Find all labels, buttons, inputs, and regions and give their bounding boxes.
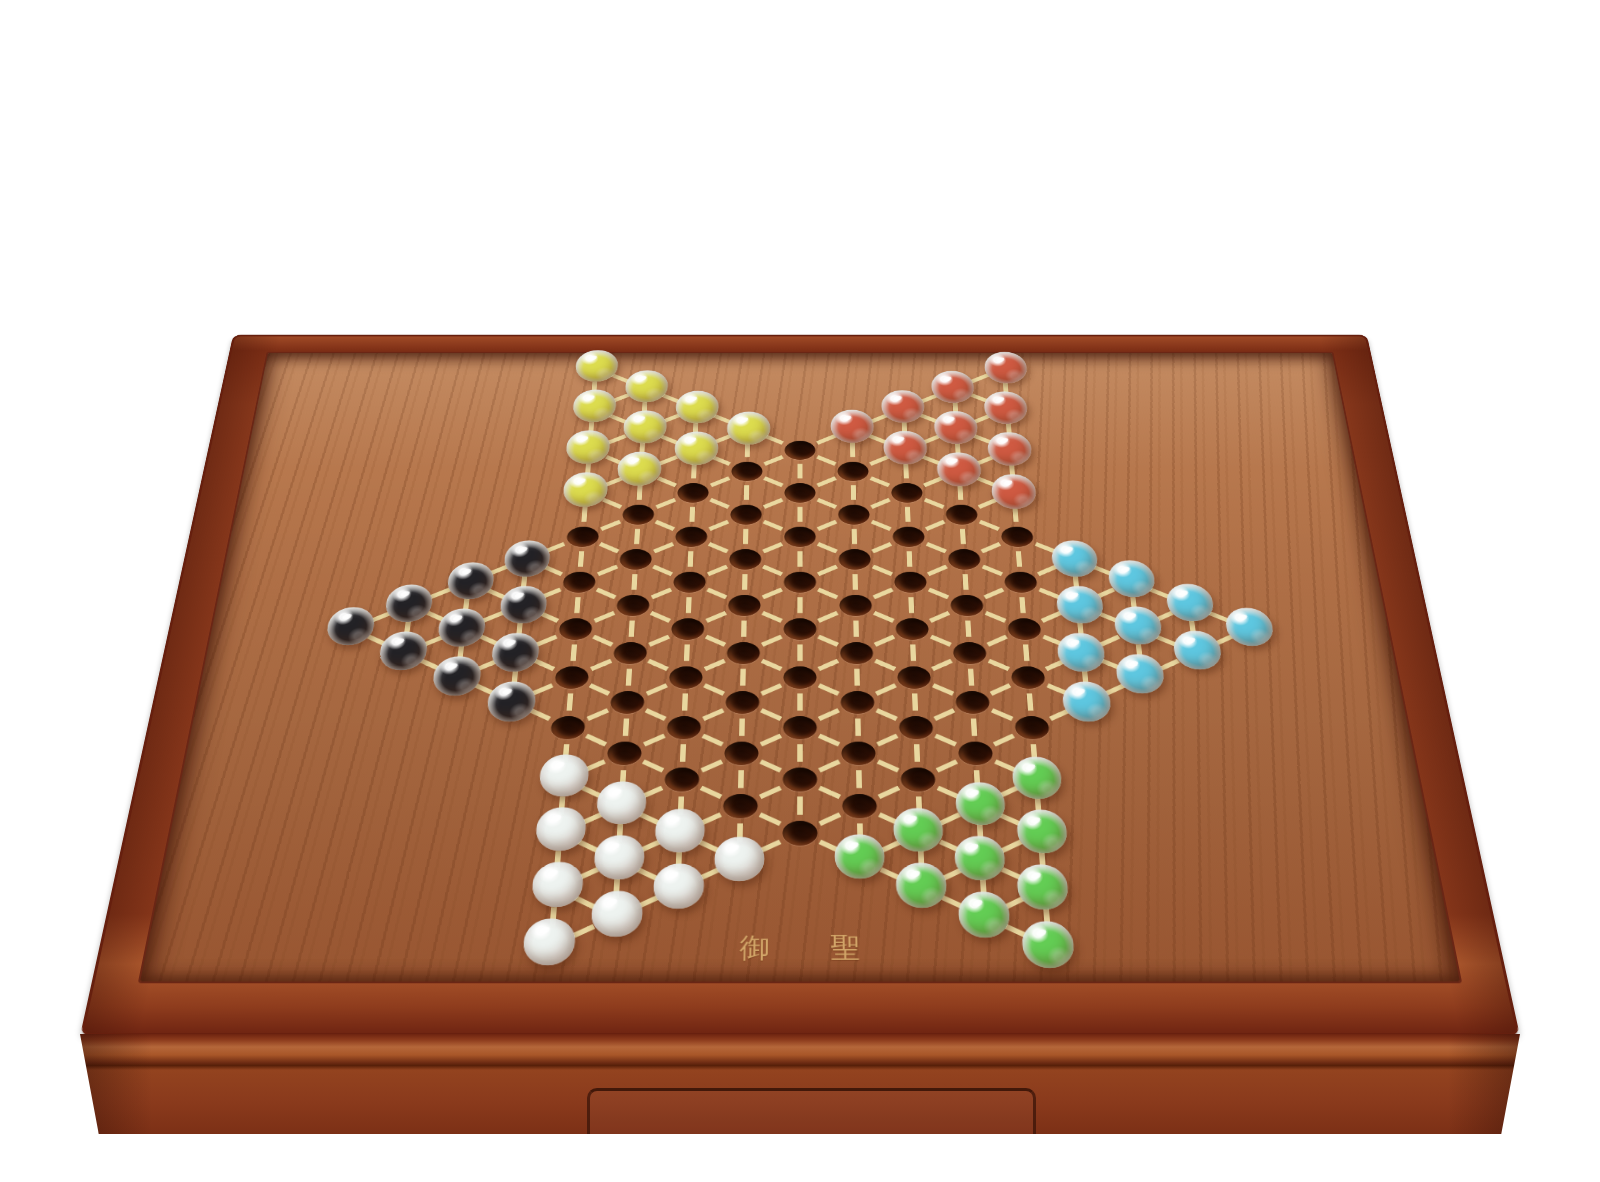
board-cell — [880, 482, 934, 504]
board-cell — [890, 819, 951, 846]
marble-white-c7-r23[interactable] — [652, 863, 704, 908]
board-cell — [943, 690, 1002, 715]
hole-c9-r9[interactable] — [784, 526, 816, 546]
marble-yellow-c6-r4[interactable] — [622, 410, 667, 443]
board-cell — [654, 715, 713, 740]
marble-black-c2-r14[interactable] — [377, 631, 429, 670]
board-cell — [321, 617, 381, 641]
board-cell — [829, 740, 888, 766]
hole-c11-r17[interactable] — [899, 716, 933, 739]
hole-c12-r10[interactable] — [948, 549, 981, 570]
marble-white-c7-r21[interactable] — [654, 808, 705, 852]
board-cell — [770, 766, 829, 792]
hole-c10-r10[interactable] — [839, 549, 871, 570]
hole-c9-r17[interactable] — [783, 716, 817, 739]
hole-c11-r19[interactable] — [901, 767, 936, 791]
board-cell — [828, 641, 885, 665]
marble-white-c5-r23[interactable] — [530, 861, 584, 906]
board-cell — [440, 570, 498, 593]
marble-blue-c15-r11[interactable] — [1107, 560, 1157, 597]
board-cell — [710, 792, 770, 819]
hole-c13-r15[interactable] — [1011, 666, 1046, 688]
marble-white-c5-r21[interactable] — [534, 807, 587, 851]
hole-c9-r7[interactable] — [784, 483, 815, 503]
marble-blue-c16-r12[interactable] — [1165, 583, 1216, 621]
hole-c7-r7[interactable] — [677, 483, 709, 503]
hole-c10-r18[interactable] — [841, 741, 875, 765]
hole-c12-r16[interactable] — [955, 691, 990, 714]
marble-yellow-c7-r3[interactable] — [675, 390, 719, 423]
hole-c6-r14[interactable] — [613, 642, 647, 664]
hole-c11-r13[interactable] — [896, 618, 929, 640]
marble-yellow-c5-r5[interactable] — [565, 430, 611, 464]
board-cell — [594, 740, 654, 766]
board-cell — [1107, 617, 1166, 641]
board-cell — [1013, 874, 1076, 902]
marble-yellow-c6-r6[interactable] — [616, 451, 662, 485]
marble-yellow-c5-r3[interactable] — [572, 389, 617, 422]
hole-c13-r11[interactable] — [1004, 571, 1038, 592]
board-cell — [661, 570, 717, 593]
marble-red-c13-r5[interactable] — [987, 432, 1033, 466]
hole-c11-r15[interactable] — [897, 666, 931, 688]
board-surface: 御 聖 — [138, 352, 1462, 984]
marble-green-c12-r24[interactable] — [957, 891, 1011, 937]
hole-c12-r14[interactable] — [953, 642, 987, 664]
marble-red-c10-r4[interactable] — [830, 409, 874, 442]
marble-red-c11-r3[interactable] — [881, 390, 925, 423]
board-cell — [941, 641, 999, 665]
board-cell — [1009, 819, 1071, 846]
board-cell — [879, 439, 932, 460]
board-cell — [646, 874, 708, 902]
marble-white-c5-r19[interactable] — [538, 754, 590, 796]
board-cell — [1053, 641, 1112, 665]
hole-c6-r8[interactable] — [622, 504, 654, 524]
board-cell — [939, 593, 996, 616]
hole-c9-r13[interactable] — [784, 618, 817, 640]
board-cell — [978, 359, 1031, 379]
marble-white-c6-r22[interactable] — [593, 835, 646, 880]
box-front-face — [80, 1034, 1520, 1134]
marble-blue-c14-r12[interactable] — [1055, 586, 1105, 624]
hole-c10-r8[interactable] — [838, 504, 870, 524]
board-cell — [1002, 715, 1062, 740]
board-cell — [562, 439, 616, 460]
hole-c6-r18[interactable] — [607, 741, 642, 765]
drawer-front[interactable] — [587, 1088, 1037, 1137]
board-cell — [709, 846, 770, 874]
board-cell — [882, 570, 938, 593]
board-cell — [587, 846, 649, 874]
hole-c10-r6[interactable] — [838, 461, 869, 480]
board-cell — [666, 482, 720, 504]
marble-white-c6-r20[interactable] — [596, 781, 648, 824]
marble-red-c12-r2[interactable] — [931, 371, 975, 403]
hole-c7-r13[interactable] — [671, 618, 704, 640]
marble-red-c11-r5[interactable] — [883, 431, 928, 465]
marble-yellow-c6-r2[interactable] — [624, 370, 668, 402]
marble-blue-c14-r16[interactable] — [1061, 681, 1113, 721]
marble-green-c11-r21[interactable] — [893, 808, 944, 852]
marble-blue-c15-r15[interactable] — [1114, 654, 1166, 693]
marble-white-c6-r24[interactable] — [590, 890, 644, 936]
board-cell — [652, 766, 712, 792]
hole-c6-r10[interactable] — [619, 549, 652, 570]
board-cell — [488, 641, 547, 665]
board-cell — [555, 525, 611, 547]
hole-c8-r18[interactable] — [724, 741, 758, 765]
board-cell — [1160, 593, 1219, 616]
board-cell — [772, 617, 828, 641]
hole-c7-r9[interactable] — [675, 526, 707, 546]
board-cell — [591, 792, 652, 819]
hole-c13-r13[interactable] — [1007, 618, 1041, 640]
marble-blue-c14-r10[interactable] — [1050, 540, 1099, 576]
hole-c7-r15[interactable] — [669, 666, 703, 688]
hole-c7-r19[interactable] — [664, 767, 699, 791]
board-cell — [1112, 665, 1172, 690]
board-cell — [583, 903, 646, 932]
marble-black-c4-r16[interactable] — [486, 681, 538, 721]
board-cell — [721, 419, 774, 440]
marble-green-c10-r22[interactable] — [834, 834, 885, 879]
marble-green-c12-r20[interactable] — [955, 782, 1007, 825]
board-cell — [559, 482, 614, 504]
board-cell — [542, 665, 601, 690]
hole-c9-r21[interactable] — [783, 820, 818, 845]
board-cell — [670, 399, 723, 419]
board-cell — [374, 641, 434, 665]
board-cell — [946, 740, 1006, 766]
board-cell — [720, 460, 773, 481]
title-char-right: 聖 — [830, 934, 861, 962]
hole-c6-r12[interactable] — [616, 594, 649, 615]
title-char-left: 御 — [739, 934, 770, 962]
hole-c11-r11[interactable] — [894, 571, 927, 592]
hole-c5-r9[interactable] — [566, 526, 599, 546]
board-cell — [381, 593, 440, 616]
marble-green-c12-r22[interactable] — [954, 836, 1007, 881]
marble-yellow-c7-r5[interactable] — [674, 431, 719, 465]
board-cell — [614, 460, 668, 481]
marble-blue-c15-r13[interactable] — [1113, 606, 1164, 644]
hole-c8-r8[interactable] — [730, 504, 762, 524]
marble-black-c3-r13[interactable] — [436, 608, 487, 646]
board-cell — [885, 665, 943, 690]
board-cell — [434, 617, 493, 641]
marble-black-c4-r10[interactable] — [503, 540, 552, 576]
board-cell — [771, 665, 828, 690]
marble-black-c2-r12[interactable] — [383, 584, 434, 622]
hole-c12-r18[interactable] — [958, 741, 993, 765]
board-cell — [1058, 690, 1118, 715]
hole-c8-r16[interactable] — [726, 691, 760, 714]
hole-c8-r20[interactable] — [723, 794, 758, 818]
marble-blue-c17-r13[interactable] — [1223, 607, 1275, 645]
hole-c9-r5[interactable] — [785, 440, 816, 459]
marble-black-c3-r11[interactable] — [446, 562, 496, 599]
marble-red-c13-r1[interactable] — [983, 352, 1028, 384]
hole-c10-r20[interactable] — [842, 794, 877, 818]
hole-c10-r16[interactable] — [841, 691, 875, 714]
board-title: 御 聖 — [144, 934, 1456, 962]
board-cell — [716, 593, 772, 616]
board-cell — [713, 690, 771, 715]
star-board — [268, 359, 1331, 961]
board-cell — [524, 874, 587, 902]
marble-white-c8-r22[interactable] — [714, 836, 765, 881]
board-cell — [608, 548, 664, 571]
board-cell — [529, 819, 591, 846]
board-cell — [770, 819, 830, 846]
hole-c5-r13[interactable] — [559, 618, 593, 640]
board-cell — [619, 378, 672, 398]
board-cell — [989, 525, 1045, 547]
hole-c5-r15[interactable] — [554, 666, 589, 688]
board-cell — [617, 419, 670, 440]
box-rim: 御 聖 — [80, 335, 1520, 1036]
board-cell — [1006, 766, 1067, 792]
board-cell — [888, 766, 948, 792]
hole-c11-r9[interactable] — [893, 526, 925, 546]
board-cell — [986, 482, 1041, 504]
board-cell — [1049, 593, 1107, 616]
hole-c12-r12[interactable] — [950, 594, 983, 615]
board-cell — [668, 439, 721, 460]
marble-red-c13-r7[interactable] — [990, 474, 1037, 509]
hole-c12-r8[interactable] — [946, 504, 978, 524]
board-cell — [829, 690, 887, 715]
marble-red-c12-r6[interactable] — [936, 452, 982, 486]
board-cell — [493, 593, 551, 616]
hole-c13-r9[interactable] — [1001, 526, 1034, 546]
hole-c8-r6[interactable] — [731, 461, 762, 480]
board-cell — [887, 715, 946, 740]
marble-blue-c14-r14[interactable] — [1056, 633, 1107, 672]
board-cell — [773, 525, 828, 547]
marble-yellow-c5-r1[interactable] — [574, 350, 619, 382]
board-cell — [932, 460, 986, 481]
marble-green-c11-r23[interactable] — [895, 862, 947, 907]
hole-c9-r15[interactable] — [783, 666, 816, 688]
board-cell — [771, 715, 829, 740]
hole-c10-r14[interactable] — [840, 642, 873, 664]
board-cell — [830, 792, 890, 819]
marble-black-c4-r14[interactable] — [490, 633, 541, 672]
board-cell — [954, 903, 1017, 932]
board-cell — [826, 419, 879, 440]
marble-black-c3-r15[interactable] — [431, 656, 483, 696]
board-cell — [891, 874, 953, 902]
board-cell — [482, 690, 542, 715]
hole-c11-r7[interactable] — [891, 483, 923, 503]
board-cell — [712, 740, 771, 766]
board-cell — [657, 665, 715, 690]
marble-black-c1-r13[interactable] — [324, 607, 376, 645]
board-cell — [604, 593, 661, 616]
marble-blue-c16-r14[interactable] — [1171, 630, 1223, 669]
board-cell — [936, 548, 992, 571]
board-cell — [930, 419, 983, 440]
board-cell — [664, 525, 719, 547]
board-cell — [981, 399, 1034, 419]
marble-yellow-c8-r4[interactable] — [727, 411, 771, 444]
hole-c9-r11[interactable] — [784, 571, 816, 592]
marble-green-c13-r23[interactable] — [1016, 864, 1070, 909]
hole-c8-r12[interactable] — [728, 594, 761, 615]
hole-c6-r16[interactable] — [610, 691, 645, 714]
hole-c9-r19[interactable] — [783, 767, 817, 791]
marble-green-c13-r19[interactable] — [1011, 756, 1063, 798]
board-cell — [928, 378, 981, 398]
board-cell — [1045, 548, 1102, 571]
board-cell — [498, 548, 555, 571]
board-cell — [715, 641, 772, 665]
board-cell — [983, 439, 1037, 460]
board-cell — [659, 617, 716, 641]
board-cell — [1166, 641, 1226, 665]
board-cell — [827, 503, 881, 525]
board-cell — [1102, 570, 1160, 593]
board-cell — [830, 846, 891, 874]
hole-c13-r17[interactable] — [1014, 716, 1049, 739]
board-cell — [951, 846, 1013, 874]
marble-red-c13-r3[interactable] — [983, 391, 1028, 424]
board-cell — [428, 665, 488, 690]
board-cell — [992, 570, 1049, 593]
board-cell — [773, 482, 827, 504]
hole-c8-r10[interactable] — [729, 549, 761, 570]
board-cell — [611, 503, 666, 525]
board-cell — [827, 548, 882, 571]
hole-c7-r17[interactable] — [667, 716, 701, 739]
board-cell — [601, 641, 659, 665]
game-box-top: 御 聖 — [80, 335, 1520, 1036]
board-cell — [1219, 617, 1279, 641]
board-cell — [948, 792, 1009, 819]
board-cell — [533, 766, 594, 792]
board-cell — [598, 690, 657, 715]
board-cell — [828, 593, 884, 616]
board-cell — [999, 665, 1058, 690]
hole-c7-r11[interactable] — [673, 571, 706, 592]
board-cell — [547, 617, 605, 641]
board-cell — [551, 570, 608, 593]
marble-red-c12-r4[interactable] — [933, 411, 978, 444]
hole-c5-r17[interactable] — [550, 716, 585, 739]
board-cell — [569, 359, 622, 379]
board-cell — [649, 819, 710, 846]
hole-c5-r11[interactable] — [562, 571, 596, 592]
hole-c8-r14[interactable] — [727, 642, 760, 664]
marble-black-c4-r12[interactable] — [499, 586, 549, 624]
scene: 御 聖 — [0, 0, 1600, 1182]
board-cell — [884, 617, 941, 641]
board-cell — [826, 460, 879, 481]
marble-yellow-c5-r7[interactable] — [562, 472, 609, 507]
board-cell — [772, 570, 827, 593]
board-grid — [268, 359, 1331, 961]
marble-green-c13-r21[interactable] — [1016, 809, 1069, 853]
board-cell — [718, 548, 773, 571]
board-cell — [538, 715, 598, 740]
board-cell — [934, 503, 989, 525]
board-cell — [566, 399, 619, 419]
board-cell — [719, 503, 773, 525]
hole-c10-r12[interactable] — [839, 594, 872, 615]
board-cell — [877, 399, 930, 419]
board-cell — [774, 439, 827, 460]
board-cell — [881, 525, 936, 547]
board-cell — [996, 617, 1054, 641]
